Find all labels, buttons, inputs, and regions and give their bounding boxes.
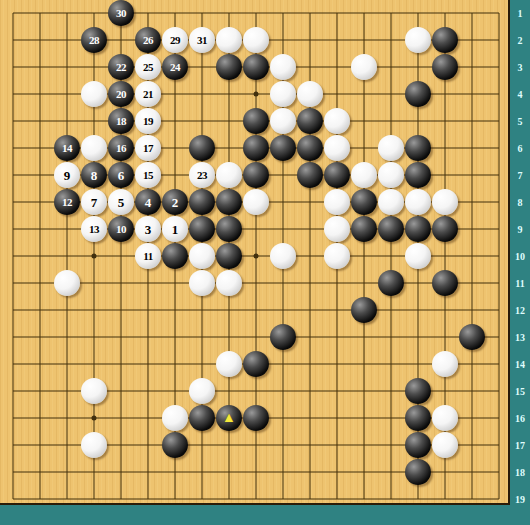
row-label-2: 2 (510, 35, 530, 47)
black-stone-N9 (351, 216, 377, 242)
black-stone-H16 (189, 405, 215, 431)
white-stone-K5 (270, 108, 296, 134)
black-stone-N8 (351, 189, 377, 215)
white-stone-F9: 3 (135, 216, 161, 242)
black-stone-M7 (324, 162, 350, 188)
white-stone-E8: 5 (108, 189, 134, 215)
black-stone-O11 (378, 270, 404, 296)
black-stone-D2: 28 (81, 27, 107, 53)
black-stone-Q2 (432, 27, 458, 53)
row-label-10: 10 (510, 251, 530, 263)
move-number-label: 13 (89, 224, 99, 235)
white-stone-G16 (162, 405, 188, 431)
move-number-label: 8 (91, 169, 98, 182)
black-stone-I16 (216, 405, 242, 431)
white-stone-K3 (270, 54, 296, 80)
white-stone-K4 (270, 81, 296, 107)
column-coordinate-strip: ABCDEFGHIJKLMNOPQRS (0, 505, 530, 525)
black-stone-O9 (378, 216, 404, 242)
white-stone-P10 (405, 243, 431, 269)
black-stone-E1: 30 (108, 0, 134, 26)
black-stone-E6: 16 (108, 135, 134, 161)
white-stone-F7: 15 (135, 162, 161, 188)
black-stone-P18 (405, 459, 431, 485)
white-stone-D17 (81, 432, 107, 458)
black-stone-J14 (243, 351, 269, 377)
black-stone-C8: 12 (54, 189, 80, 215)
white-stone-D6 (81, 135, 107, 161)
black-stone-D7: 8 (81, 162, 107, 188)
white-stone-P2 (405, 27, 431, 53)
move-number-label: 9 (64, 169, 71, 182)
white-stone-N7 (351, 162, 377, 188)
white-stone-G2: 29 (162, 27, 188, 53)
white-stone-K10 (270, 243, 296, 269)
black-stone-E5: 18 (108, 108, 134, 134)
white-stone-D9: 13 (81, 216, 107, 242)
row-label-3: 3 (510, 62, 530, 74)
row-label-4: 4 (510, 89, 530, 101)
black-stone-I8 (216, 189, 242, 215)
white-stone-Q16 (432, 405, 458, 431)
white-stone-G9: 1 (162, 216, 188, 242)
black-stone-J3 (243, 54, 269, 80)
white-stone-M10 (324, 243, 350, 269)
move-number-label: 10 (116, 224, 126, 235)
black-stone-N12 (351, 297, 377, 323)
white-stone-H10 (189, 243, 215, 269)
black-stone-G10 (162, 243, 188, 269)
white-stone-J2 (243, 27, 269, 53)
move-number-label: 20 (116, 89, 126, 100)
white-stone-D15 (81, 378, 107, 404)
black-stone-Q3 (432, 54, 458, 80)
white-stone-F4: 21 (135, 81, 161, 107)
row-label-15: 15 (510, 386, 530, 398)
black-stone-P15 (405, 378, 431, 404)
black-stone-E4: 20 (108, 81, 134, 107)
row-label-13: 13 (510, 332, 530, 344)
white-stone-O7 (378, 162, 404, 188)
black-stone-E7: 6 (108, 162, 134, 188)
row-label-1: 1 (510, 8, 530, 20)
move-number-label: 21 (143, 89, 153, 100)
row-label-17: 17 (510, 440, 530, 452)
white-stone-I2 (216, 27, 242, 53)
row-label-14: 14 (510, 359, 530, 371)
black-stone-P4 (405, 81, 431, 107)
white-stone-Q8 (432, 189, 458, 215)
black-stone-I9 (216, 216, 242, 242)
black-stone-K6 (270, 135, 296, 161)
white-stone-P8 (405, 189, 431, 215)
move-number-label: 29 (170, 35, 180, 46)
go-board[interactable]: 3028262931222524202118191416179861523127… (0, 0, 510, 505)
white-stone-C7: 9 (54, 162, 80, 188)
move-number-label: 5 (118, 196, 125, 209)
white-stone-F6: 17 (135, 135, 161, 161)
move-number-label: 19 (143, 116, 153, 127)
move-number-label: 3 (145, 223, 152, 236)
black-stone-J5 (243, 108, 269, 134)
row-label-9: 9 (510, 224, 530, 236)
white-stone-I11 (216, 270, 242, 296)
white-stone-H7: 23 (189, 162, 215, 188)
black-stone-P17 (405, 432, 431, 458)
black-stone-I3 (216, 54, 242, 80)
white-stone-Q17 (432, 432, 458, 458)
row-coordinate-strip: 12345678910111213141516171819 (510, 0, 530, 525)
black-stone-L6 (297, 135, 323, 161)
move-number-label: 4 (145, 196, 152, 209)
white-stone-H15 (189, 378, 215, 404)
black-stone-Q9 (432, 216, 458, 242)
white-stone-N3 (351, 54, 377, 80)
move-number-label: 18 (116, 116, 126, 127)
row-label-16: 16 (510, 413, 530, 425)
white-stone-M8 (324, 189, 350, 215)
white-stone-H2: 31 (189, 27, 215, 53)
white-stone-H11 (189, 270, 215, 296)
black-stone-C6: 14 (54, 135, 80, 161)
black-stone-Q11 (432, 270, 458, 296)
white-stone-D8: 7 (81, 189, 107, 215)
black-stone-F2: 26 (135, 27, 161, 53)
black-stone-P9 (405, 216, 431, 242)
white-stone-J8 (243, 189, 269, 215)
white-stone-C11 (54, 270, 80, 296)
white-stone-L4 (297, 81, 323, 107)
row-label-5: 5 (510, 116, 530, 128)
black-stone-J7 (243, 162, 269, 188)
move-number-label: 22 (116, 62, 126, 73)
white-stone-D4 (81, 81, 107, 107)
row-label-12: 12 (510, 305, 530, 317)
black-stone-L7 (297, 162, 323, 188)
white-stone-F10: 11 (135, 243, 161, 269)
black-stone-F8: 4 (135, 189, 161, 215)
black-stone-G3: 24 (162, 54, 188, 80)
black-stone-K13 (270, 324, 296, 350)
move-number-label: 25 (143, 62, 153, 73)
black-stone-H9 (189, 216, 215, 242)
white-stone-F3: 25 (135, 54, 161, 80)
move-number-label: 28 (89, 35, 99, 46)
black-stone-G17 (162, 432, 188, 458)
move-number-label: 14 (62, 143, 72, 154)
row-label-18: 18 (510, 467, 530, 479)
white-stone-I14 (216, 351, 242, 377)
black-stone-E3: 22 (108, 54, 134, 80)
go-game-screen: 3028262931222524202118191416179861523127… (0, 0, 530, 525)
black-stone-P7 (405, 162, 431, 188)
black-stone-I10 (216, 243, 242, 269)
move-number-label: 2 (172, 196, 179, 209)
move-number-label: 26 (143, 35, 153, 46)
black-stone-E9: 10 (108, 216, 134, 242)
row-label-6: 6 (510, 143, 530, 155)
white-stone-M5 (324, 108, 350, 134)
black-stone-P6 (405, 135, 431, 161)
move-number-label: 17 (143, 143, 153, 154)
white-stone-F5: 19 (135, 108, 161, 134)
move-number-label: 6 (118, 169, 125, 182)
black-stone-G8: 2 (162, 189, 188, 215)
move-number-label: 15 (143, 170, 153, 181)
white-stone-Q14 (432, 351, 458, 377)
row-label-7: 7 (510, 170, 530, 182)
move-number-label: 12 (62, 197, 72, 208)
black-stone-P16 (405, 405, 431, 431)
white-stone-O8 (378, 189, 404, 215)
move-number-label: 23 (197, 170, 207, 181)
move-number-label: 24 (170, 62, 180, 73)
move-number-label: 30 (116, 8, 126, 19)
move-number-label: 31 (197, 35, 207, 46)
move-number-label: 11 (143, 251, 152, 262)
black-stone-J16 (243, 405, 269, 431)
black-stone-L5 (297, 108, 323, 134)
white-stone-O6 (378, 135, 404, 161)
move-number-label: 7 (91, 196, 98, 209)
black-stone-R13 (459, 324, 485, 350)
black-stone-H8 (189, 189, 215, 215)
move-number-label: 1 (172, 223, 179, 236)
white-stone-I7 (216, 162, 242, 188)
white-stone-M6 (324, 135, 350, 161)
black-stone-J6 (243, 135, 269, 161)
white-stone-M9 (324, 216, 350, 242)
row-label-8: 8 (510, 197, 530, 209)
black-stone-H6 (189, 135, 215, 161)
row-label-11: 11 (510, 278, 530, 290)
move-number-label: 16 (116, 143, 126, 154)
